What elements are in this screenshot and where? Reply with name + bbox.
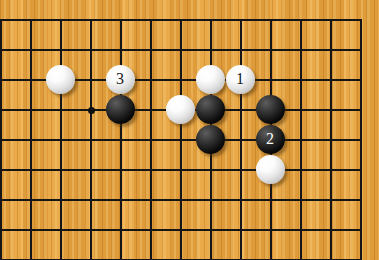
- stone-black-O16: [196, 95, 225, 124]
- stone-white-Q14: [256, 155, 285, 184]
- stone-white-move-3-L17: 3: [106, 65, 135, 94]
- stone-black-O15: [196, 125, 225, 154]
- board-intersections[interactable]: 312: [0, 5, 376, 260]
- stone-white-O17: [196, 65, 225, 94]
- stone-black-L16: [106, 95, 135, 124]
- goban: 312: [0, 0, 379, 260]
- stone-white-move-1-P17: 1: [226, 65, 255, 94]
- stone-white-J17: [46, 65, 75, 94]
- stone-black-move-2-Q15: 2: [256, 125, 285, 154]
- stone-black-Q16: [256, 95, 285, 124]
- star-point-hoshi: [88, 107, 95, 114]
- stone-white-N16: [166, 95, 195, 124]
